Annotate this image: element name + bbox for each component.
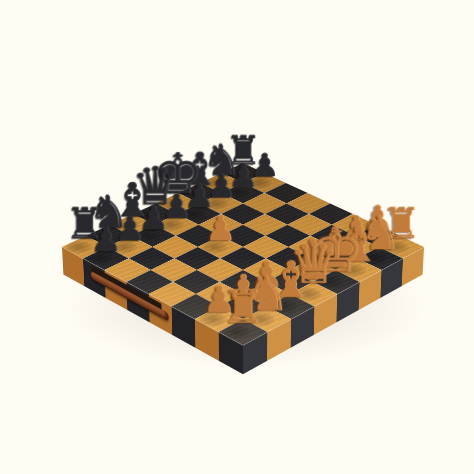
piece-white-pawn-d5[interactable]: ♟ — [205, 211, 235, 245]
piece-black-pawn-a7[interactable]: ♟ — [90, 222, 121, 256]
chess-board: ♜♟♟♜♞♟♟♞♝♟♟♝♚♟♟♚♛♟♟♛♝♟♟♝♞♟♟♞♜♟♟♜ — [62, 163, 424, 345]
product-photo-stage: ♜♟♟♜♞♟♟♞♝♟♟♝♚♟♟♚♛♟♟♛♝♟♟♝♞♟♟♞♜♟♟♜ — [0, 0, 474, 474]
piece-white-rook-a1[interactable]: ♜ — [222, 284, 263, 330]
drawer-handle[interactable] — [91, 271, 169, 322]
